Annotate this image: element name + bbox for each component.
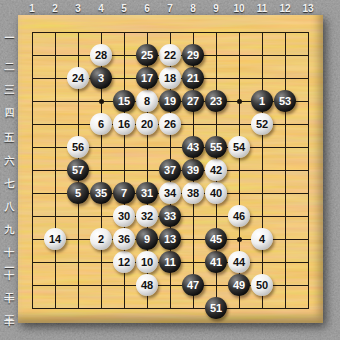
stone-black-3: 3 [90,67,112,89]
stone-white-18: 18 [159,67,181,89]
column-label-8: 8 [183,2,203,15]
column-label-4: 4 [91,2,111,15]
stone-black-57: 57 [67,159,89,181]
column-label-1: 1 [22,2,42,15]
stone-black-37: 37 [159,159,181,181]
stone-white-26: 26 [159,113,181,135]
column-label-3: 3 [68,2,88,15]
stone-white-52: 52 [251,113,273,135]
column-label-7: 7 [160,2,180,15]
stone-black-5: 5 [67,182,89,204]
stone-white-28: 28 [90,44,112,66]
stone-black-49: 49 [228,274,250,296]
column-label-6: 6 [137,2,157,15]
row-label-13: 十三 [1,285,17,331]
stone-black-15: 15 [113,90,135,112]
stone-black-45: 45 [205,228,227,250]
stone-black-9: 9 [136,228,158,250]
stone-black-31: 31 [136,182,158,204]
stone-white-34: 34 [159,182,181,204]
go-diagram: { "game": "go", "board_size": 13, "label… [0,0,340,340]
stone-white-46: 46 [228,205,250,227]
column-label-10: 10 [229,2,249,15]
column-label-12: 12 [275,2,295,15]
stone-black-17: 17 [136,67,158,89]
stone-black-23: 23 [205,90,227,112]
stone-white-48: 48 [136,274,158,296]
stone-white-4: 4 [251,228,273,250]
column-label-9: 9 [206,2,226,15]
stone-white-42: 42 [205,159,227,181]
stone-black-41: 41 [205,251,227,273]
stone-white-20: 20 [136,113,158,135]
stone-white-6: 6 [90,113,112,135]
stone-black-33: 33 [159,205,181,227]
stone-black-47: 47 [182,274,204,296]
stone-white-54: 54 [228,136,250,158]
stone-black-55: 55 [205,136,227,158]
stone-white-10: 10 [136,251,158,273]
stone-white-50: 50 [251,274,273,296]
stone-white-44: 44 [228,251,250,273]
stone-black-25: 25 [136,44,158,66]
stone-white-32: 32 [136,205,158,227]
stone-white-30: 30 [113,205,135,227]
stone-black-27: 27 [182,90,204,112]
stone-white-22: 22 [159,44,181,66]
stone-black-19: 19 [159,90,181,112]
column-label-11: 11 [252,2,272,15]
stone-black-11: 11 [159,251,181,273]
stone-white-56: 56 [67,136,89,158]
stone-black-7: 7 [113,182,135,204]
stone-white-40: 40 [205,182,227,204]
stone-black-13: 13 [159,228,181,250]
stone-black-51: 51 [205,297,227,319]
stone-black-21: 21 [182,67,204,89]
column-label-13: 13 [298,2,318,15]
stone-black-1: 1 [251,90,273,112]
stone-white-12: 12 [113,251,135,273]
stone-black-43: 43 [182,136,204,158]
stone-black-53: 53 [274,90,296,112]
stone-white-14: 14 [44,228,66,250]
stone-white-38: 38 [182,182,204,204]
stone-white-16: 16 [113,113,135,135]
column-label-5: 5 [114,2,134,15]
stone-black-39: 39 [182,159,204,181]
stone-white-24: 24 [67,67,89,89]
stone-white-36: 36 [113,228,135,250]
stone-black-35: 35 [90,182,112,204]
stone-white-2: 2 [90,228,112,250]
column-label-2: 2 [45,2,65,15]
stone-white-8: 8 [136,90,158,112]
stone-black-29: 29 [182,44,204,66]
